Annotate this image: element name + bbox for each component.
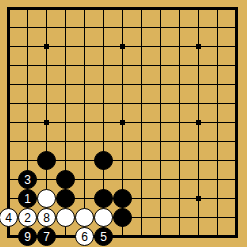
- board-intersection[interactable]: [75, 37, 94, 56]
- board-intersection[interactable]: [37, 170, 56, 189]
- board-intersection[interactable]: [227, 56, 246, 75]
- black-stone: [113, 208, 132, 227]
- board-intersection[interactable]: [208, 132, 227, 151]
- board-intersection[interactable]: [151, 75, 170, 94]
- black-stone: [94, 151, 113, 170]
- board-intersection[interactable]: [227, 170, 246, 189]
- board-intersection[interactable]: [18, 18, 37, 37]
- star-point: [196, 44, 201, 49]
- board-intersection[interactable]: [94, 56, 113, 75]
- board-intersection[interactable]: [94, 170, 113, 189]
- white-stone: 6: [75, 227, 94, 246]
- go-board-diagram: 314289765: [0, 0, 247, 247]
- board-intersection[interactable]: [56, 37, 75, 56]
- move-number-label: 4: [5, 212, 12, 224]
- white-stone: [94, 208, 113, 227]
- move-number-label: 3: [24, 174, 31, 186]
- board-intersection[interactable]: [0, 94, 18, 113]
- board-intersection[interactable]: [94, 208, 113, 227]
- board-intersection[interactable]: [37, 56, 56, 75]
- board-intersection[interactable]: 5: [94, 227, 113, 246]
- board-intersection[interactable]: [170, 37, 189, 56]
- board-intersection[interactable]: [113, 227, 132, 246]
- board-intersection[interactable]: [75, 113, 94, 132]
- board-intersection[interactable]: [75, 132, 94, 151]
- board-intersection[interactable]: [189, 170, 208, 189]
- star-point: [196, 120, 201, 125]
- board-intersection[interactable]: [113, 37, 132, 56]
- board-intersection[interactable]: [132, 56, 151, 75]
- board-intersection[interactable]: [208, 170, 227, 189]
- board-intersection[interactable]: [132, 113, 151, 132]
- board-intersection[interactable]: [227, 75, 246, 94]
- board-intersection[interactable]: [94, 18, 113, 37]
- board-intersection[interactable]: [132, 75, 151, 94]
- board-intersection[interactable]: [208, 56, 227, 75]
- board-intersection[interactable]: [151, 170, 170, 189]
- board-intersection[interactable]: [94, 113, 113, 132]
- board-intersection[interactable]: [170, 227, 189, 246]
- board-intersection[interactable]: [132, 189, 151, 208]
- black-stone: 9: [18, 227, 37, 246]
- board-intersection[interactable]: [0, 18, 18, 37]
- board-intersection[interactable]: [189, 0, 208, 18]
- board-intersection[interactable]: [227, 227, 246, 246]
- board-intersection[interactable]: [0, 227, 18, 246]
- board-intersection[interactable]: [189, 151, 208, 170]
- board-intersection[interactable]: [0, 132, 18, 151]
- board-intersection[interactable]: [208, 37, 227, 56]
- board-intersection[interactable]: [94, 0, 113, 18]
- board-intersection[interactable]: [151, 208, 170, 227]
- board-intersection[interactable]: [56, 56, 75, 75]
- black-stone: [94, 189, 113, 208]
- board-intersection[interactable]: [75, 56, 94, 75]
- move-number-label: 5: [100, 231, 107, 243]
- white-stone: [75, 208, 94, 227]
- board-intersection[interactable]: [132, 170, 151, 189]
- star-point: [196, 196, 201, 201]
- board-intersection[interactable]: [113, 208, 132, 227]
- white-stone: 4: [0, 208, 18, 227]
- board-intersection[interactable]: [227, 132, 246, 151]
- board-intersection[interactable]: [151, 227, 170, 246]
- board-intersection[interactable]: 7: [37, 227, 56, 246]
- board-intersection[interactable]: [208, 151, 227, 170]
- board-intersection[interactable]: [56, 113, 75, 132]
- board-intersection[interactable]: [37, 132, 56, 151]
- move-number-label: 1: [24, 193, 31, 205]
- board-intersection[interactable]: [227, 189, 246, 208]
- board-intersection[interactable]: [189, 208, 208, 227]
- board-intersection[interactable]: [151, 113, 170, 132]
- board-intersection[interactable]: [170, 132, 189, 151]
- board-intersection[interactable]: [0, 113, 18, 132]
- black-stone: 7: [37, 227, 56, 246]
- board-intersection[interactable]: [18, 37, 37, 56]
- board-intersection[interactable]: [208, 0, 227, 18]
- board-intersection[interactable]: [227, 18, 246, 37]
- board-intersection[interactable]: [56, 0, 75, 18]
- board-intersection[interactable]: [0, 75, 18, 94]
- board-intersection[interactable]: [56, 170, 75, 189]
- board-intersection[interactable]: [94, 94, 113, 113]
- board-intersection[interactable]: [37, 18, 56, 37]
- board-intersection[interactable]: [208, 227, 227, 246]
- board-intersection[interactable]: [132, 37, 151, 56]
- black-stone: 1: [18, 189, 37, 208]
- white-stone: [56, 208, 75, 227]
- black-stone: 5: [94, 227, 113, 246]
- star-point: [120, 44, 125, 49]
- board-intersection[interactable]: [151, 0, 170, 18]
- board-intersection[interactable]: [208, 208, 227, 227]
- board-intersection[interactable]: [151, 189, 170, 208]
- board-intersection[interactable]: [18, 113, 37, 132]
- board-intersection[interactable]: [75, 208, 94, 227]
- board-intersection[interactable]: [189, 18, 208, 37]
- board-intersection[interactable]: [227, 151, 246, 170]
- board-intersection[interactable]: [56, 132, 75, 151]
- board-intersection[interactable]: [113, 0, 132, 18]
- board-intersection[interactable]: [151, 37, 170, 56]
- board-intersection[interactable]: [170, 75, 189, 94]
- board-intersection[interactable]: 3: [18, 170, 37, 189]
- board-intersection[interactable]: [0, 151, 18, 170]
- board-intersection[interactable]: [151, 18, 170, 37]
- move-number-label: 6: [81, 231, 88, 243]
- white-stone: 8: [37, 208, 56, 227]
- board-intersection[interactable]: [0, 56, 18, 75]
- board-intersection[interactable]: [227, 0, 246, 18]
- board-intersection[interactable]: [75, 0, 94, 18]
- board-intersection[interactable]: [151, 56, 170, 75]
- board-intersection[interactable]: 8: [37, 208, 56, 227]
- board-intersection[interactable]: [56, 18, 75, 37]
- board-intersection[interactable]: [94, 75, 113, 94]
- board-intersection[interactable]: [189, 113, 208, 132]
- board-intersection[interactable]: [132, 151, 151, 170]
- board-intersection[interactable]: [227, 113, 246, 132]
- move-number-label: 2: [24, 212, 31, 224]
- board-intersection[interactable]: [227, 37, 246, 56]
- board-intersection[interactable]: [56, 208, 75, 227]
- board-intersection[interactable]: 4: [0, 208, 18, 227]
- move-number-label: 7: [43, 231, 50, 243]
- board-intersection[interactable]: [94, 132, 113, 151]
- board-intersection[interactable]: [151, 94, 170, 113]
- board-intersection[interactable]: 2: [18, 208, 37, 227]
- board-intersection[interactable]: [170, 170, 189, 189]
- board-intersection[interactable]: [37, 189, 56, 208]
- go-board: 314289765: [0, 0, 246, 246]
- board-intersection[interactable]: [18, 56, 37, 75]
- board-intersection[interactable]: [18, 151, 37, 170]
- board-intersection[interactable]: [113, 75, 132, 94]
- black-stone: 3: [18, 170, 37, 189]
- board-intersection[interactable]: [94, 189, 113, 208]
- board-intersection[interactable]: [189, 189, 208, 208]
- move-number-label: 9: [24, 231, 31, 243]
- board-intersection[interactable]: [208, 189, 227, 208]
- board-intersection[interactable]: [113, 132, 132, 151]
- star-point: [44, 120, 49, 125]
- board-intersection[interactable]: [170, 0, 189, 18]
- board-intersection[interactable]: [0, 0, 18, 18]
- board-intersection[interactable]: [189, 75, 208, 94]
- board-intersection[interactable]: [37, 94, 56, 113]
- board-intersection[interactable]: [18, 0, 37, 18]
- board-intersection[interactable]: [208, 18, 227, 37]
- board-intersection[interactable]: [94, 37, 113, 56]
- board-intersection[interactable]: [75, 170, 94, 189]
- board-intersection[interactable]: [189, 56, 208, 75]
- board-intersection[interactable]: [37, 113, 56, 132]
- board-intersection[interactable]: [227, 94, 246, 113]
- board-intersection[interactable]: [189, 94, 208, 113]
- star-point: [120, 120, 125, 125]
- board-intersection[interactable]: [56, 189, 75, 208]
- board-intersection[interactable]: [113, 18, 132, 37]
- board-intersection[interactable]: [189, 227, 208, 246]
- board-intersection[interactable]: [113, 189, 132, 208]
- board-intersection[interactable]: [208, 94, 227, 113]
- black-stone: [37, 151, 56, 170]
- board-intersection[interactable]: [208, 75, 227, 94]
- board-intersection[interactable]: [170, 189, 189, 208]
- board-intersection[interactable]: 1: [18, 189, 37, 208]
- board-intersection[interactable]: [151, 151, 170, 170]
- board-intersection[interactable]: [75, 189, 94, 208]
- white-stone: [37, 189, 56, 208]
- board-intersection[interactable]: [37, 151, 56, 170]
- board-intersection[interactable]: [0, 189, 18, 208]
- board-intersection[interactable]: [113, 56, 132, 75]
- star-point: [44, 44, 49, 49]
- board-intersection[interactable]: [113, 151, 132, 170]
- board-intersection[interactable]: [132, 227, 151, 246]
- board-intersection[interactable]: [132, 94, 151, 113]
- board-intersection[interactable]: [75, 94, 94, 113]
- board-intersection[interactable]: [18, 132, 37, 151]
- board-intersection[interactable]: [56, 94, 75, 113]
- board-intersection[interactable]: [189, 132, 208, 151]
- board-intersection[interactable]: [37, 75, 56, 94]
- board-intersection[interactable]: [132, 18, 151, 37]
- move-number-label: 8: [43, 212, 50, 224]
- board-intersection[interactable]: [132, 132, 151, 151]
- board-intersection[interactable]: [113, 94, 132, 113]
- black-stone: [56, 189, 75, 208]
- board-intersection[interactable]: [113, 170, 132, 189]
- board-intersection[interactable]: [75, 75, 94, 94]
- board-intersection[interactable]: [132, 208, 151, 227]
- board-intersection[interactable]: [132, 0, 151, 18]
- board-intersection[interactable]: [0, 37, 18, 56]
- board-intersection[interactable]: 6: [75, 227, 94, 246]
- board-intersection[interactable]: [151, 132, 170, 151]
- board-intersection[interactable]: [113, 113, 132, 132]
- board-intersection[interactable]: [208, 113, 227, 132]
- board-intersection[interactable]: [227, 208, 246, 227]
- board-intersection[interactable]: [170, 94, 189, 113]
- board-intersection[interactable]: [170, 56, 189, 75]
- board-intersection[interactable]: [189, 37, 208, 56]
- black-stone: [56, 170, 75, 189]
- board-intersection[interactable]: [0, 170, 18, 189]
- white-stone: 2: [18, 208, 37, 227]
- board-intersection[interactable]: [37, 37, 56, 56]
- board-intersection[interactable]: [170, 18, 189, 37]
- board-intersection[interactable]: [37, 0, 56, 18]
- board-intersection[interactable]: [56, 227, 75, 246]
- board-intersection[interactable]: [18, 75, 37, 94]
- board-intersection[interactable]: [170, 113, 189, 132]
- board-intersection[interactable]: [75, 18, 94, 37]
- board-intersection[interactable]: [94, 151, 113, 170]
- board-intersection[interactable]: [75, 151, 94, 170]
- board-intersection[interactable]: [18, 94, 37, 113]
- board-intersection[interactable]: [170, 151, 189, 170]
- board-intersection[interactable]: [56, 151, 75, 170]
- board-intersection[interactable]: [56, 75, 75, 94]
- black-stone: [113, 189, 132, 208]
- board-intersection[interactable]: 9: [18, 227, 37, 246]
- board-intersection[interactable]: [170, 208, 189, 227]
